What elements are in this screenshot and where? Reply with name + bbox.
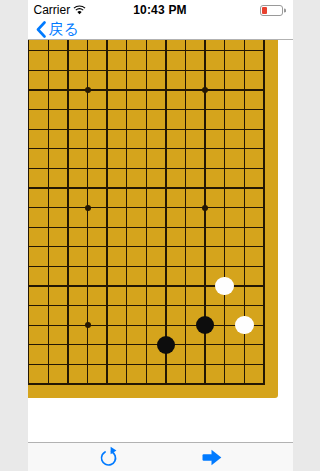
clock-label: 10:43 PM: [116, 3, 205, 17]
status-bar: Carrier 10:43 PM: [28, 0, 293, 20]
grid-line-vertical: [185, 40, 186, 385]
grid-line-horizontal: [28, 305, 265, 306]
forward-icon: [202, 449, 222, 466]
stone-black-Q4: [196, 316, 215, 335]
back-chevron-icon: [36, 21, 46, 38]
stone-black-O3: [157, 336, 176, 355]
grid-line-vertical: [146, 40, 147, 385]
grid-line-vertical: [67, 40, 68, 385]
app-screen: Carrier 10:43 PM: [28, 0, 293, 471]
battery-icon: [260, 5, 286, 16]
forward-button[interactable]: [190, 443, 234, 471]
grid-line-vertical: [48, 40, 49, 385]
grid-line-vertical: [224, 40, 225, 385]
grid-line-vertical: [28, 40, 29, 385]
status-carrier-group: Carrier: [28, 3, 116, 17]
refresh-button[interactable]: [87, 443, 131, 471]
go-board[interactable]: [28, 40, 278, 398]
nav-bar: 戻る: [28, 20, 293, 40]
grid-line-horizontal: [28, 344, 265, 345]
board-viewport[interactable]: [28, 40, 293, 398]
star-point: [202, 87, 208, 93]
grid-line-horizontal: [28, 364, 265, 365]
wifi-icon: [73, 5, 86, 15]
grid-line-vertical: [263, 40, 264, 385]
back-button-label: 戻る: [49, 20, 79, 39]
grid-line-horizontal: [28, 266, 265, 267]
grid-line-vertical: [126, 40, 127, 385]
stone-white-R6: [215, 277, 234, 296]
carrier-label: Carrier: [34, 3, 71, 17]
star-point: [202, 205, 208, 211]
back-button[interactable]: 戻る: [28, 20, 79, 39]
refresh-icon: [98, 446, 119, 468]
grid-line-vertical: [106, 40, 107, 385]
grid-line-horizontal: [28, 383, 265, 384]
toolbar: [28, 442, 293, 471]
star-point: [85, 322, 91, 328]
grid-line-vertical: [165, 40, 166, 385]
grid-line-horizontal: [28, 325, 265, 326]
star-point: [85, 87, 91, 93]
stone-white-S4: [235, 316, 254, 335]
star-point: [85, 205, 91, 211]
